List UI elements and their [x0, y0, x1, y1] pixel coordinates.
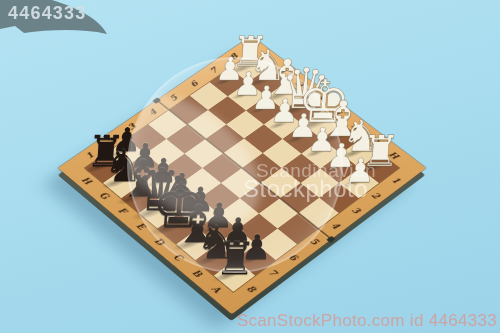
watermark-ghost-line2: Stockphoto [243, 175, 368, 203]
watermark-photo-id: 4464333 [8, 3, 86, 24]
stock-photo-scene: AH81BG72CF63DE54ED45FC36GB27HA18 ♜♞♝♛♚♝♞… [0, 0, 500, 333]
watermark-footer-credit: ScanStockPhoto.com id 4464333 [237, 311, 497, 331]
